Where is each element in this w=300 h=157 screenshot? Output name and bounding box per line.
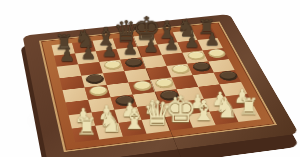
piece-black-pawn[interactable]: ♟ xyxy=(184,33,199,50)
checker-disc-dark[interactable] xyxy=(191,61,213,72)
piece-white-rook[interactable]: ♜ xyxy=(238,95,259,118)
board-plane: ♜♞♝♛♚♝♞♜♟♟♟♟♟♟♟♟♟♟♟♟♟♟♟♟♜♞♝♛♚♝♞♜ xyxy=(22,13,299,157)
piece-white-queen[interactable]: ♛ xyxy=(142,97,172,131)
piece-black-pawn[interactable]: ♟ xyxy=(102,42,118,59)
square-a1[interactable]: ♜ xyxy=(72,126,99,143)
piece-black-pawn[interactable]: ♟ xyxy=(59,47,75,65)
square-b1[interactable]: ♞ xyxy=(95,123,123,140)
checker-disc-dark[interactable] xyxy=(85,73,106,85)
checker-disc-cream[interactable] xyxy=(88,85,109,97)
piece-black-pawn[interactable]: ♟ xyxy=(164,35,179,52)
piece-black-pawn[interactable]: ♟ xyxy=(122,40,138,57)
piece-white-knight[interactable]: ♞ xyxy=(214,95,238,122)
piece-black-pawn[interactable]: ♟ xyxy=(80,44,96,61)
piece-white-bishop[interactable]: ♝ xyxy=(121,105,146,133)
piece-black-pawn[interactable]: ♟ xyxy=(143,38,158,55)
chess-set-photo: ♜♞♝♛♚♝♞♜♟♟♟♟♟♟♟♟♟♟♟♟♟♟♟♟♜♞♝♛♚♝♞♜ xyxy=(0,0,300,157)
checker-disc-cream[interactable] xyxy=(186,50,207,61)
piece-black-pawn[interactable]: ♟ xyxy=(204,31,219,48)
piece-white-knight[interactable]: ♞ xyxy=(98,109,122,136)
piece-white-rook[interactable]: ♜ xyxy=(76,115,98,139)
